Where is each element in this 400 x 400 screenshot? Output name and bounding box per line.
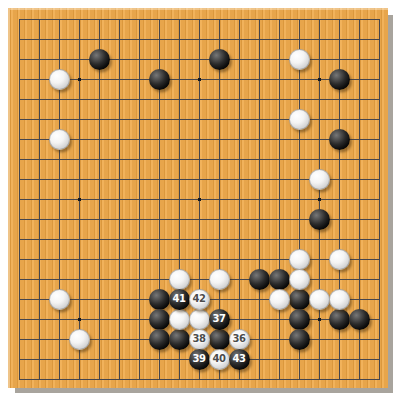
stone-white[interactable]: 38 bbox=[189, 329, 210, 350]
stone-black[interactable] bbox=[329, 129, 350, 150]
stone-white[interactable]: 42 bbox=[189, 289, 210, 310]
go-board[interactable]: 3637383940414243 bbox=[8, 8, 388, 388]
stone-white[interactable] bbox=[49, 289, 70, 310]
move-number-label: 39 bbox=[193, 354, 206, 364]
move-number-label: 42 bbox=[193, 294, 206, 304]
stone-black[interactable] bbox=[289, 289, 310, 310]
stone-white[interactable] bbox=[49, 129, 70, 150]
star-point bbox=[78, 78, 81, 81]
grid-line bbox=[239, 19, 240, 380]
star-point bbox=[78, 318, 81, 321]
stone-black[interactable] bbox=[149, 309, 170, 330]
stone-white[interactable] bbox=[189, 309, 210, 330]
star-point bbox=[318, 78, 321, 81]
stone-white[interactable] bbox=[289, 249, 310, 270]
move-number-label: 37 bbox=[213, 314, 226, 324]
stone-black[interactable] bbox=[169, 329, 190, 350]
stone-black[interactable] bbox=[329, 69, 350, 90]
stone-black[interactable] bbox=[149, 69, 170, 90]
stone-white[interactable] bbox=[49, 69, 70, 90]
stone-white[interactable] bbox=[169, 269, 190, 290]
grid-line bbox=[19, 259, 380, 260]
stone-white[interactable] bbox=[69, 329, 90, 350]
stone-black[interactable] bbox=[269, 269, 290, 290]
grid-line bbox=[19, 239, 380, 240]
star-point bbox=[198, 198, 201, 201]
stone-black[interactable] bbox=[289, 309, 310, 330]
grid-line bbox=[19, 379, 380, 380]
stone-white[interactable] bbox=[269, 289, 290, 310]
grid-line bbox=[379, 19, 380, 380]
stone-black[interactable] bbox=[329, 309, 350, 330]
move-number-label: 43 bbox=[233, 354, 246, 364]
stone-black[interactable] bbox=[89, 49, 110, 70]
stone-white[interactable] bbox=[169, 309, 190, 330]
grid-line bbox=[19, 279, 380, 280]
move-number-label: 40 bbox=[213, 354, 226, 364]
stone-white[interactable]: 40 bbox=[209, 349, 230, 370]
stone-white[interactable]: 36 bbox=[229, 329, 250, 350]
stone-white[interactable] bbox=[329, 289, 350, 310]
stone-black[interactable] bbox=[149, 289, 170, 310]
stone-black[interactable] bbox=[149, 329, 170, 350]
stone-black[interactable] bbox=[309, 209, 330, 230]
stone-black[interactable]: 37 bbox=[209, 309, 230, 330]
stone-black[interactable]: 43 bbox=[229, 349, 250, 370]
stone-white[interactable] bbox=[329, 249, 350, 270]
stone-black[interactable]: 39 bbox=[189, 349, 210, 370]
star-point bbox=[198, 78, 201, 81]
stone-black[interactable] bbox=[209, 49, 230, 70]
stone-black[interactable] bbox=[289, 329, 310, 350]
stone-black[interactable] bbox=[209, 329, 230, 350]
move-number-label: 36 bbox=[233, 334, 246, 344]
stone-white[interactable] bbox=[289, 49, 310, 70]
grid-line bbox=[259, 19, 260, 380]
stone-white[interactable] bbox=[289, 269, 310, 290]
stone-black[interactable] bbox=[249, 269, 270, 290]
stone-white[interactable] bbox=[309, 169, 330, 190]
stone-white[interactable] bbox=[209, 269, 230, 290]
star-point bbox=[318, 198, 321, 201]
move-number-label: 38 bbox=[193, 334, 206, 344]
grid-line bbox=[279, 19, 280, 380]
stone-white[interactable] bbox=[309, 289, 330, 310]
star-point bbox=[78, 198, 81, 201]
stone-black[interactable]: 41 bbox=[169, 289, 190, 310]
move-number-label: 41 bbox=[173, 294, 186, 304]
stone-black[interactable] bbox=[349, 309, 370, 330]
star-point bbox=[318, 318, 321, 321]
stone-white[interactable] bbox=[289, 109, 310, 130]
